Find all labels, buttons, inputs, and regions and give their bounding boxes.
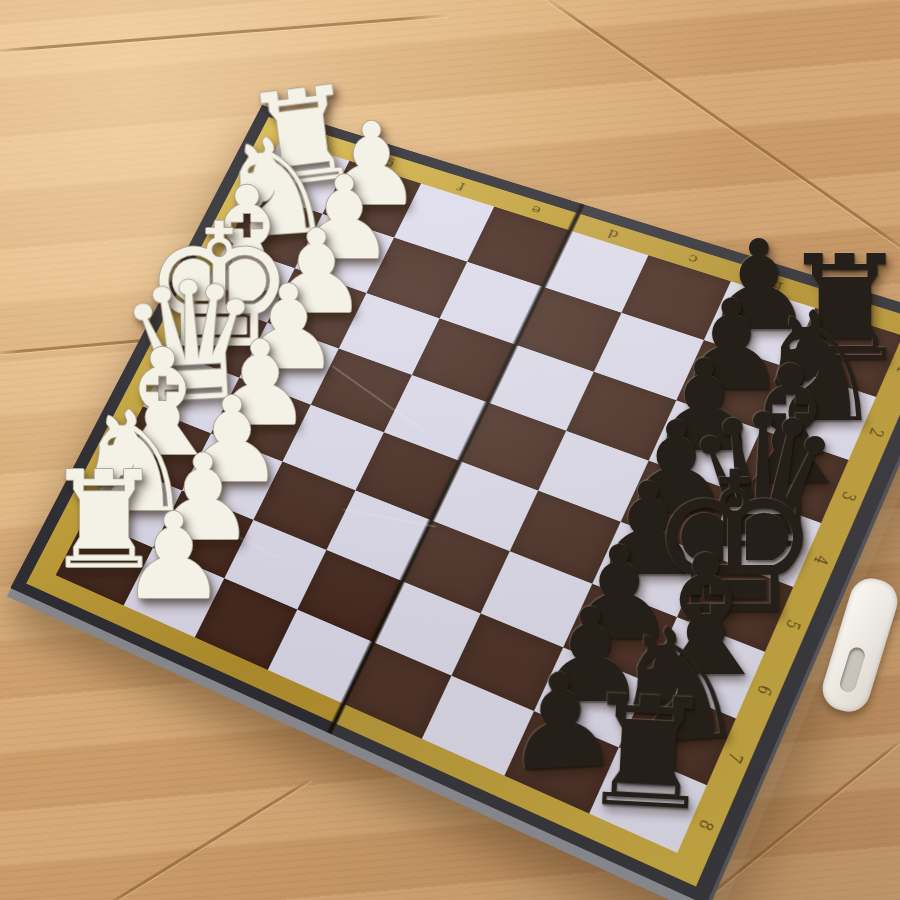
clasp-slot — [838, 645, 867, 694]
piece-black-rook-a8[interactable]: ♜ — [575, 674, 720, 833]
floor-plank-seam — [0, 14, 449, 53]
floor-plank-seam — [102, 778, 312, 900]
photo-scene: hgfedcba 12345678 ♜♟♟♜♞♟♟♞♝♟♟♝♚♟♟♛♛♟♟♚♝♟… — [0, 0, 900, 900]
piece-white-pawn-g8[interactable]: ♟ — [120, 497, 227, 616]
